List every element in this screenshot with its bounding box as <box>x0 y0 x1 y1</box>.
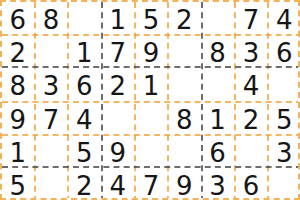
sudoku-cell-r1c2[interactable]: 8 <box>35 2 68 35</box>
sudoku-cell-r2c1[interactable]: 2 <box>2 35 35 68</box>
sudoku-cell-r5c3[interactable]: 5 <box>69 135 102 168</box>
sudoku-digit: 3 <box>243 38 260 68</box>
sudoku-board: 681527421798368362149748125159635247936 <box>0 0 300 200</box>
sudoku-cell-r4c3[interactable]: 4 <box>69 102 102 135</box>
sudoku-cell-r2c3[interactable]: 1 <box>69 35 102 68</box>
sudoku-cell-r5c2[interactable] <box>35 135 68 168</box>
sudoku-cell-r6c6[interactable]: 9 <box>169 169 202 200</box>
sudoku-digit: 2 <box>76 171 93 200</box>
sudoku-cell-r5c8[interactable] <box>235 135 268 168</box>
sudoku-cell-r2c7[interactable]: 8 <box>202 35 235 68</box>
sudoku-digit: 9 <box>143 38 160 68</box>
sudoku-digit: 5 <box>143 5 160 35</box>
sudoku-digit: 6 <box>9 5 26 35</box>
sudoku-digit: 6 <box>276 38 293 68</box>
sudoku-digit: 9 <box>176 171 193 200</box>
sudoku-cell-r3c4[interactable]: 2 <box>102 69 135 102</box>
sudoku-cell-r4c4[interactable] <box>102 102 135 135</box>
sudoku-digit: 4 <box>243 71 260 101</box>
sudoku-digit: 5 <box>276 105 293 135</box>
sudoku-cell-r5c7[interactable]: 6 <box>202 135 235 168</box>
sudoku-digit: 8 <box>209 38 226 68</box>
sudoku-digit: 2 <box>9 38 26 68</box>
sudoku-cell-r1c7[interactable] <box>202 2 235 35</box>
sudoku-cell-r5c9[interactable]: 3 <box>269 135 300 168</box>
sudoku-cell-r4c2[interactable]: 7 <box>35 102 68 135</box>
sudoku-cell-r6c9[interactable] <box>269 169 300 200</box>
sudoku-cell-r1c3[interactable] <box>69 2 102 35</box>
sudoku-cell-r5c5[interactable] <box>135 135 168 168</box>
sudoku-digit: 1 <box>209 105 226 135</box>
sudoku-digit: 4 <box>76 105 93 135</box>
sudoku-digit: 7 <box>143 171 160 200</box>
sudoku-cell-r6c3[interactable]: 2 <box>69 169 102 200</box>
sudoku-cell-r6c2[interactable] <box>35 169 68 200</box>
sudoku-cell-r2c8[interactable]: 3 <box>235 35 268 68</box>
sudoku-cell-r2c9[interactable]: 6 <box>269 35 300 68</box>
sudoku-cell-r2c5[interactable]: 9 <box>135 35 168 68</box>
sudoku-cell-r6c7[interactable]: 3 <box>202 169 235 200</box>
sudoku-cell-r4c7[interactable]: 1 <box>202 102 235 135</box>
sudoku-cell-r4c9[interactable]: 5 <box>269 102 300 135</box>
sudoku-cell-r2c4[interactable]: 7 <box>102 35 135 68</box>
sudoku-digit: 4 <box>276 5 293 35</box>
sudoku-digit: 6 <box>76 71 93 101</box>
sudoku-digit: 9 <box>109 138 126 168</box>
sudoku-cell-r1c1[interactable]: 6 <box>2 2 35 35</box>
sudoku-digit: 7 <box>109 38 126 68</box>
sudoku-cell-r3c2[interactable]: 3 <box>35 69 68 102</box>
sudoku-digit: 8 <box>176 105 193 135</box>
sudoku-cell-r5c1[interactable]: 1 <box>2 135 35 168</box>
sudoku-cell-r4c5[interactable] <box>135 102 168 135</box>
sudoku-digit: 2 <box>176 5 193 35</box>
sudoku-digit: 3 <box>43 71 60 101</box>
sudoku-cell-r1c4[interactable]: 1 <box>102 2 135 35</box>
sudoku-cell-r3c6[interactable] <box>169 69 202 102</box>
sudoku-cell-r2c2[interactable] <box>35 35 68 68</box>
sudoku-cell-r3c9[interactable] <box>269 69 300 102</box>
sudoku-cell-r5c4[interactable]: 9 <box>102 135 135 168</box>
sudoku-digit: 1 <box>76 38 93 68</box>
sudoku-cell-r6c4[interactable]: 4 <box>102 169 135 200</box>
sudoku-cell-r4c8[interactable]: 2 <box>235 102 268 135</box>
sudoku-cell-r3c8[interactable]: 4 <box>235 69 268 102</box>
sudoku-cell-r2c6[interactable] <box>169 35 202 68</box>
sudoku-digit: 8 <box>9 71 26 101</box>
sudoku-digit: 1 <box>9 138 26 168</box>
sudoku-digit: 5 <box>9 171 26 200</box>
sudoku-cell-r6c5[interactable]: 7 <box>135 169 168 200</box>
sudoku-cell-r3c5[interactable]: 1 <box>135 69 168 102</box>
sudoku-digit: 8 <box>43 5 60 35</box>
sudoku-cell-r1c5[interactable]: 5 <box>135 2 168 35</box>
sudoku-digit: 1 <box>143 71 160 101</box>
sudoku-cell-r1c9[interactable]: 4 <box>269 2 300 35</box>
sudoku-cell-r6c8[interactable]: 6 <box>235 169 268 200</box>
sudoku-digit: 1 <box>109 5 126 35</box>
sudoku-cell-r4c1[interactable]: 9 <box>2 102 35 135</box>
sudoku-digit: 9 <box>9 105 26 135</box>
sudoku-cell-r6c1[interactable]: 5 <box>2 169 35 200</box>
sudoku-cell-r4c6[interactable]: 8 <box>169 102 202 135</box>
sudoku-digit: 5 <box>76 138 93 168</box>
sudoku-digit: 3 <box>209 171 226 200</box>
sudoku-digit: 4 <box>109 171 126 200</box>
sudoku-grid: 681527421798368362149748125159635247936 <box>2 2 300 200</box>
sudoku-digit: 2 <box>243 105 260 135</box>
sudoku-digit: 3 <box>276 138 293 168</box>
sudoku-digit: 7 <box>43 105 60 135</box>
sudoku-digit: 6 <box>243 171 260 200</box>
sudoku-cell-r3c3[interactable]: 6 <box>69 69 102 102</box>
sudoku-digit: 7 <box>243 5 260 35</box>
sudoku-digit: 2 <box>109 71 126 101</box>
sudoku-cell-r3c1[interactable]: 8 <box>2 69 35 102</box>
sudoku-cell-r5c6[interactable] <box>169 135 202 168</box>
sudoku-cell-r1c8[interactable]: 7 <box>235 2 268 35</box>
sudoku-digit: 6 <box>209 138 226 168</box>
sudoku-cell-r3c7[interactable] <box>202 69 235 102</box>
sudoku-cell-r1c6[interactable]: 2 <box>169 2 202 35</box>
